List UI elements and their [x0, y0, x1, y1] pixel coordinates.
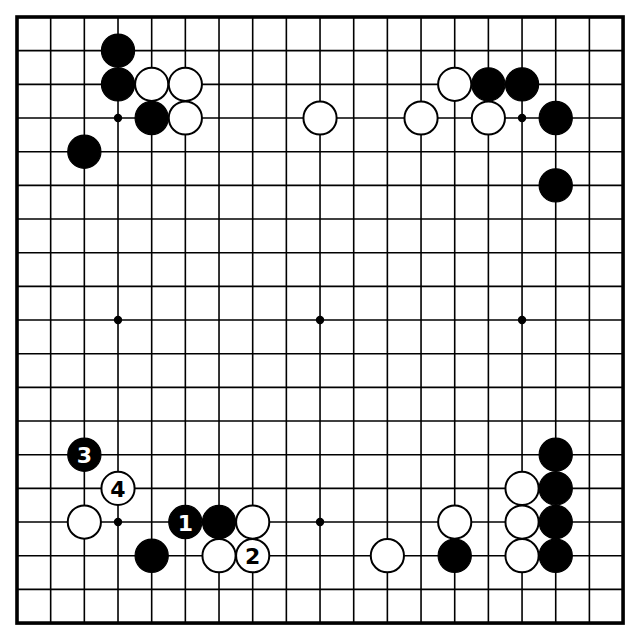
- star-point: [316, 316, 324, 324]
- black-stone: [68, 135, 101, 168]
- white-stone: [505, 539, 538, 572]
- board-svg: 1234: [0, 0, 640, 640]
- go-diagram-page: 1234: [0, 0, 640, 640]
- star-point: [114, 114, 122, 122]
- black-stone: [539, 101, 572, 134]
- go-board: 1234: [0, 0, 640, 640]
- black-stone: [135, 539, 168, 572]
- star-point: [518, 316, 526, 324]
- black-stone: [472, 68, 505, 101]
- move-number-label: 2: [245, 544, 260, 569]
- white-stone: [169, 101, 202, 134]
- white-stone: [303, 101, 336, 134]
- black-stone: [539, 169, 572, 202]
- white-stone: [371, 539, 404, 572]
- white-stone: [472, 101, 505, 134]
- white-stone: [404, 101, 437, 134]
- white-stone: [135, 68, 168, 101]
- black-stone: [505, 68, 538, 101]
- black-stone: [101, 68, 134, 101]
- white-stone: [505, 505, 538, 538]
- black-stone: [539, 438, 572, 471]
- star-point: [114, 316, 122, 324]
- black-stone: [202, 505, 235, 538]
- move-number-label: 4: [110, 477, 125, 502]
- black-stone: [539, 472, 572, 505]
- white-stone: [169, 68, 202, 101]
- white-stone: [68, 505, 101, 538]
- white-stone: [236, 505, 269, 538]
- white-stone: [438, 68, 471, 101]
- move-number-label: 3: [77, 443, 92, 468]
- star-point: [316, 518, 324, 526]
- black-stone: [539, 505, 572, 538]
- white-stone: [505, 472, 538, 505]
- star-point: [114, 518, 122, 526]
- white-stone: [202, 539, 235, 572]
- move-number-label: 1: [178, 511, 193, 536]
- black-stone: [438, 539, 471, 572]
- black-stone: [101, 34, 134, 67]
- star-point: [518, 114, 526, 122]
- black-stone: [539, 539, 572, 572]
- white-stone: [438, 505, 471, 538]
- black-stone: [135, 101, 168, 134]
